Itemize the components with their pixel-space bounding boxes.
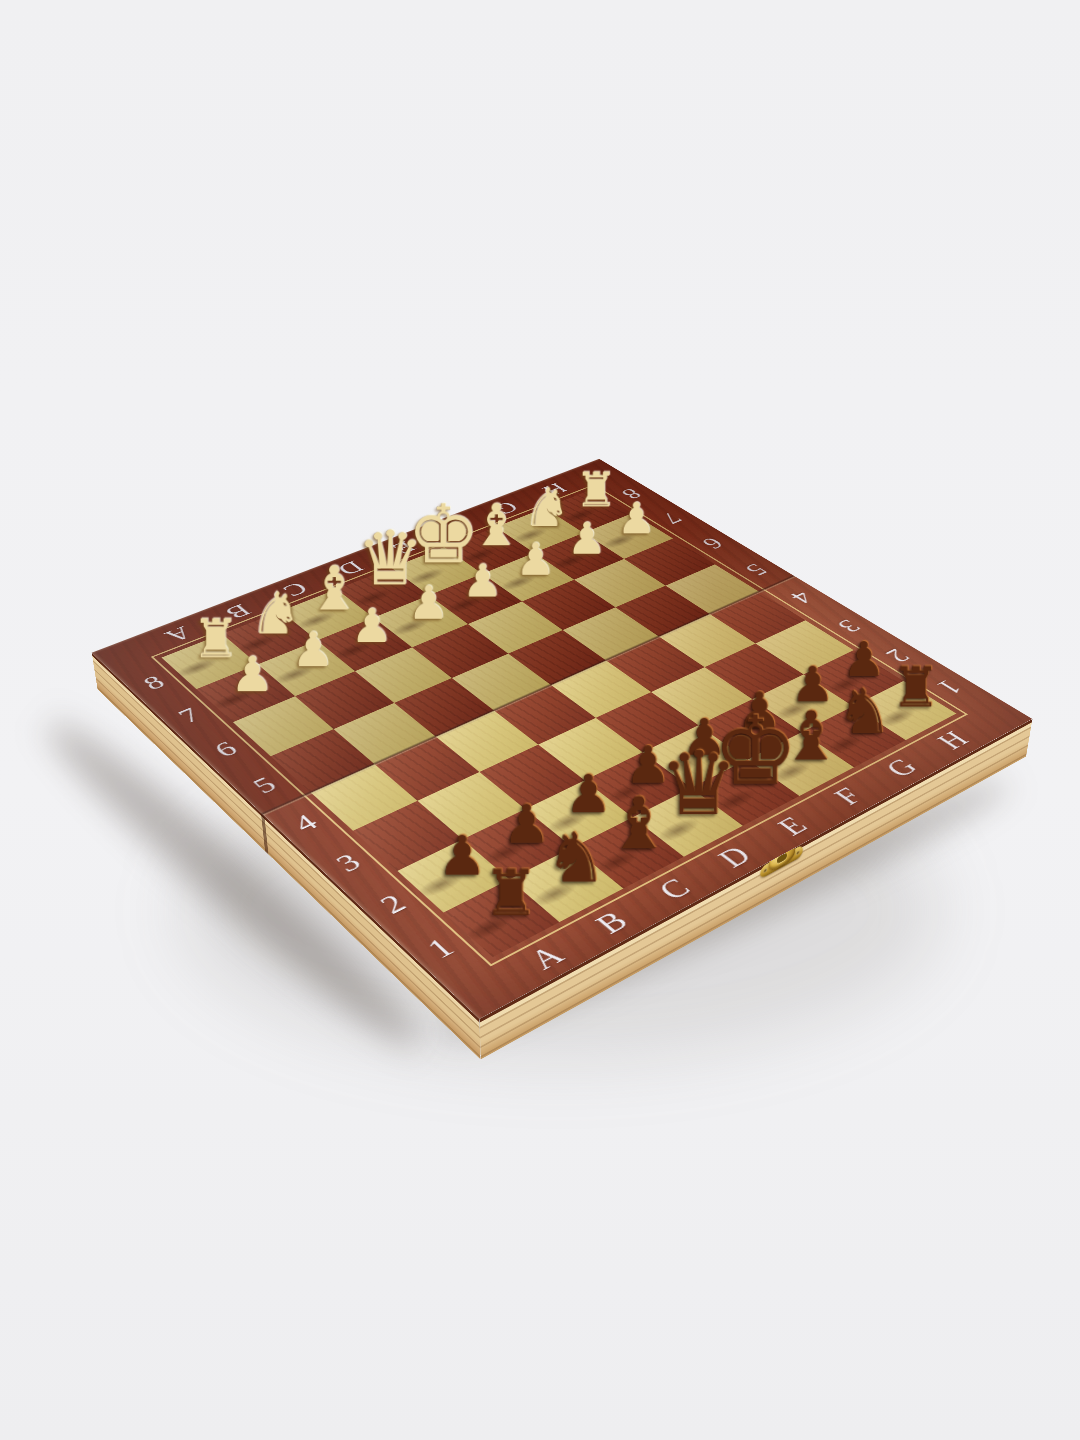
dark-rook-glyph: ♜ [458, 862, 564, 925]
chess-board: ABCDEFGH ABCDEFGH 87654321 87654321 ♜♞♝♛… [92, 459, 1033, 1019]
light-pawn-glyph: ♟ [207, 650, 298, 698]
photo-backdrop: ABCDEFGH ABCDEFGH 87654321 87654321 ♜♞♝♛… [0, 0, 1080, 1440]
